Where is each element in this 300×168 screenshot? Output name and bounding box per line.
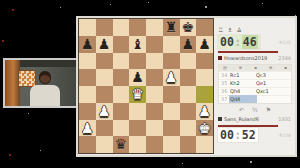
square-d2[interactable]: [129, 120, 146, 137]
top-clock-row: 00:46 #225: [218, 35, 292, 49]
square-f2[interactable]: [163, 120, 180, 137]
square-c2[interactable]: [113, 120, 130, 137]
black-move[interactable]: Qxc1: [256, 88, 291, 94]
square-a2[interactable]: ♟: [79, 120, 96, 137]
top-player-underline: [218, 51, 278, 53]
square-e2[interactable]: [146, 120, 163, 137]
star-dot: [182, 163, 183, 164]
square-g1[interactable]: [180, 136, 197, 153]
white-pawn-b3: ♟: [96, 103, 113, 120]
white-move[interactable]: Rc1: [230, 72, 256, 78]
star-dot: [205, 6, 207, 8]
move-number: 35: [219, 80, 230, 86]
black-pawn-b7: ♟: [96, 36, 113, 53]
square-e1[interactable]: [146, 136, 163, 153]
square-f5[interactable]: ♟: [163, 69, 180, 86]
black-move[interactable]: Qc3: [256, 72, 291, 78]
square-e7[interactable]: [146, 36, 163, 53]
streamer-shirt: [30, 85, 60, 108]
streamer-face: [40, 75, 50, 83]
move-row: 37 Qd4: [219, 95, 291, 103]
bottom-player-underline: [218, 125, 278, 127]
square-b4[interactable]: [96, 86, 113, 103]
move-number: 34: [219, 72, 230, 78]
square-h8[interactable]: [196, 19, 213, 36]
book-icon[interactable]: ▤: [223, 65, 227, 70]
square-g7[interactable]: ♟: [180, 36, 197, 53]
list-icon[interactable]: ≡: [239, 65, 242, 70]
checkered-poster: [18, 70, 36, 87]
clock-seconds: 46: [242, 35, 258, 49]
square-b3[interactable]: ♟: [96, 103, 113, 120]
white-move[interactable]: Kh2: [230, 80, 256, 86]
black-pawn-g7: ♟: [180, 36, 197, 53]
dot-icon[interactable]: ▪: [254, 65, 257, 70]
square-h6[interactable]: [196, 53, 213, 70]
square-h2[interactable]: ♚: [196, 120, 213, 137]
square-d3[interactable]: [129, 103, 146, 120]
white-player-name[interactable]: Sans_Ruland6: [224, 116, 259, 122]
white-queen-d4: ♛: [129, 86, 146, 103]
square-e5[interactable]: [146, 69, 163, 86]
square-d5[interactable]: ♟: [129, 69, 146, 86]
white-move[interactable]: Qh4: [230, 88, 256, 94]
square-a6[interactable]: [79, 53, 96, 70]
square-b6[interactable]: [96, 53, 113, 70]
black-rook-f8: ♜: [163, 19, 180, 36]
player-color-icon: [218, 56, 222, 60]
move-row: 34 Rc1 Qc3: [219, 71, 291, 79]
red-star-dot: [12, 9, 14, 11]
black-pawn-h7: ♟: [196, 36, 213, 53]
player-color-icon: [218, 117, 222, 121]
move-number: 37: [219, 96, 230, 102]
square-a4[interactable]: [79, 86, 96, 103]
dot-icon[interactable]: ▪: [284, 65, 287, 70]
black-bishop-d7: ♝: [129, 36, 146, 53]
white-pawn-h3: ♟: [196, 103, 213, 120]
clock-minutes: 00: [220, 35, 234, 49]
move-list: ▤ ≡ ▪ ≡ ▪ 34 Rc1 Qc3 35 Kh2 Qe1 36: [218, 64, 292, 104]
square-h3[interactable]: ♟: [196, 103, 213, 120]
square-f3[interactable]: [163, 103, 180, 120]
black-pawn-a7: ♟: [79, 36, 96, 53]
white-pawn-f5: ♟: [163, 69, 180, 86]
square-g2[interactable]: [180, 120, 197, 137]
game-action-buttons: ↶ ½ ⚑: [218, 105, 292, 115]
move-row: 36 Qh4 Qxc1: [219, 87, 291, 95]
game-number-bottom: #228: [279, 133, 292, 138]
square-a1[interactable]: [79, 136, 96, 153]
square-g4[interactable]: [180, 86, 197, 103]
square-h5[interactable]: [196, 69, 213, 86]
black-clock: 00:46: [218, 35, 260, 49]
square-d1[interactable]: [129, 136, 146, 153]
square-f1[interactable]: [163, 136, 180, 153]
square-d7[interactable]: ♝: [129, 36, 146, 53]
clock-minutes: 00: [220, 128, 234, 142]
square-c5[interactable]: [113, 69, 130, 86]
game-number-top: #225: [279, 40, 292, 45]
star-dot: [250, 161, 252, 163]
clock-seconds: 52: [242, 128, 256, 142]
square-g8[interactable]: ♚: [180, 19, 197, 36]
black-move[interactable]: Qe1: [256, 80, 291, 86]
white-pawn-a2: ♟: [79, 120, 96, 137]
square-d4[interactable]: ♛: [129, 86, 146, 103]
black-player-rating: 2344: [278, 55, 292, 61]
square-b1[interactable]: [96, 136, 113, 153]
square-a7[interactable]: ♟: [79, 36, 96, 53]
takeback-button[interactable]: ↶: [239, 106, 244, 113]
square-d6[interactable]: [129, 53, 146, 70]
star-dot: [40, 150, 41, 151]
white-king-h2: ♚: [196, 120, 213, 137]
star-dot: [262, 3, 263, 4]
white-clock: 00:52: [218, 128, 258, 142]
square-b7[interactable]: ♟: [96, 36, 113, 53]
webcam-video: [3, 58, 79, 108]
square-e3[interactable]: [146, 103, 163, 120]
square-a8[interactable]: [79, 19, 96, 36]
square-h1[interactable]: [196, 136, 213, 153]
list-icon[interactable]: ≡: [269, 65, 272, 70]
square-c1[interactable]: ♛: [113, 136, 130, 153]
square-c7[interactable]: [113, 36, 130, 53]
square-b5[interactable]: [96, 69, 113, 86]
black-queen-c1: ♛: [113, 136, 130, 153]
star-dot: [148, 2, 149, 3]
square-e6[interactable]: [146, 53, 163, 70]
black-king-g8: ♚: [180, 19, 197, 36]
star-dot: [60, 7, 61, 8]
resign-button[interactable]: ⚑: [266, 106, 271, 113]
square-c4[interactable]: [113, 86, 130, 103]
square-b8[interactable]: [96, 19, 113, 36]
black-player-name[interactable]: Howardsons2019: [224, 55, 267, 61]
chess-board[interactable]: ♜♚♟♟♝♟♟♟♟♛♟♟♟♚♛: [78, 18, 214, 154]
stream-background: ♜♚♟♟♝♟♟♟♟♛♟♟♟♚♛ ♖ ♗ ♙ 00:46 #225 Howards…: [0, 0, 300, 168]
game-sidebar: ♖ ♗ ♙ 00:46 #225 Howardsons2019 2344 ▤ ≡…: [214, 18, 295, 155]
square-f7[interactable]: [163, 36, 180, 53]
black-player-row[interactable]: Howardsons2019 2344: [218, 55, 292, 62]
square-g5[interactable]: [180, 69, 197, 86]
square-f8[interactable]: ♜: [163, 19, 180, 36]
square-e4[interactable]: [146, 86, 163, 103]
clock-colon: :: [234, 128, 241, 142]
clock-colon: :: [234, 35, 241, 49]
square-a3[interactable]: [79, 103, 96, 120]
white-player-rating: 1931: [278, 116, 292, 122]
square-c8[interactable]: [113, 19, 130, 36]
square-h4[interactable]: [196, 86, 213, 103]
selected-move[interactable]: Qd4: [230, 96, 256, 102]
square-b2[interactable]: [96, 120, 113, 137]
square-h7[interactable]: ♟: [196, 36, 213, 53]
square-g3[interactable]: [180, 103, 197, 120]
square-c3[interactable]: [113, 103, 130, 120]
square-c6[interactable]: [113, 53, 130, 70]
captured-pieces-top: ♖ ♗ ♙: [218, 26, 292, 35]
square-a5[interactable]: [79, 69, 96, 86]
square-f4[interactable]: [163, 86, 180, 103]
bottom-clock-row: 00:52 #228: [218, 128, 292, 142]
move-number: 36: [219, 88, 230, 94]
chess-app-window: ♜♚♟♟♝♟♟♟♟♛♟♟♟♚♛ ♖ ♗ ♙ 00:46 #225 Howards…: [76, 16, 297, 157]
square-g6[interactable]: [180, 53, 197, 70]
black-pawn-d5: ♟: [129, 69, 146, 86]
star-dot: [28, 113, 29, 114]
red-star-dot: [9, 154, 11, 156]
square-f6[interactable]: [163, 53, 180, 70]
red-star-dot: [2, 40, 4, 42]
draw-offer-button[interactable]: ½: [252, 106, 258, 113]
star-dot: [110, 4, 111, 5]
move-row: 35 Kh2 Qe1: [219, 79, 291, 87]
white-player-row[interactable]: Sans_Ruland6 1931: [218, 116, 292, 123]
square-e8[interactable]: [146, 19, 163, 36]
square-d8[interactable]: [129, 19, 146, 36]
